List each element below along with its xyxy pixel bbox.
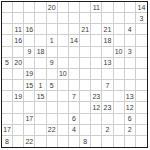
cell-r6c12[interactable] <box>125 58 136 69</box>
cell-r9c13[interactable] <box>136 91 147 102</box>
cell-r10c5[interactable] <box>47 102 58 113</box>
cell-r6c11[interactable] <box>114 58 125 69</box>
cell-r1c5-clue[interactable]: 20 <box>47 2 58 13</box>
cell-r6c1-clue[interactable]: 5 <box>2 58 13 69</box>
cell-r5c4-clue[interactable]: 18 <box>35 47 46 58</box>
cell-r7c6-clue[interactable]: 10 <box>58 69 69 80</box>
cell-r1c13-clue[interactable]: 14 <box>136 2 147 13</box>
cell-r2c12[interactable] <box>125 13 136 24</box>
cell-r11c10[interactable] <box>102 114 113 125</box>
cell-r11c3-clue[interactable]: 17 <box>24 114 35 125</box>
cell-r3c8-clue[interactable]: 21 <box>80 24 91 35</box>
cell-r10c10-clue[interactable]: 23 <box>102 102 113 113</box>
cell-r6c7[interactable] <box>69 58 80 69</box>
cell-r10c13[interactable] <box>136 102 147 113</box>
cell-r4c5-clue[interactable]: 1 <box>47 35 58 46</box>
cell-r13c6[interactable] <box>58 136 69 147</box>
cell-r3c10-clue[interactable]: 21 <box>102 24 113 35</box>
cell-r11c5[interactable] <box>47 114 58 125</box>
cell-r4c6[interactable] <box>58 35 69 46</box>
cell-r1c10[interactable] <box>102 2 113 13</box>
cell-r10c3[interactable] <box>24 102 35 113</box>
cell-r6c13[interactable] <box>136 58 147 69</box>
cell-r5c7[interactable] <box>69 47 80 58</box>
cell-r8c7[interactable] <box>69 80 80 91</box>
cell-r4c1[interactable] <box>2 35 13 46</box>
cell-r10c7[interactable] <box>69 102 80 113</box>
cell-r5c10[interactable] <box>102 47 113 58</box>
cell-r2c2[interactable] <box>13 13 24 24</box>
cell-r10c12-clue[interactable]: 12 <box>125 102 136 113</box>
cell-r1c8[interactable] <box>80 2 91 13</box>
cell-r4c7-clue[interactable]: 14 <box>69 35 80 46</box>
cell-r9c2-clue[interactable]: 19 <box>13 91 24 102</box>
cell-r12c3[interactable] <box>24 125 35 136</box>
cell-r3c4[interactable] <box>35 24 46 35</box>
cell-r7c10[interactable] <box>102 69 113 80</box>
cell-r8c12[interactable] <box>125 80 136 91</box>
cell-r10c1[interactable] <box>2 102 13 113</box>
cell-r7c4[interactable] <box>35 69 46 80</box>
cell-r3c6[interactable] <box>58 24 69 35</box>
cell-r6c6[interactable] <box>58 58 69 69</box>
cell-r6c4[interactable] <box>35 58 46 69</box>
cell-r9c3[interactable] <box>24 91 35 102</box>
cell-r6c5-clue[interactable]: 9 <box>47 58 58 69</box>
cell-r12c10-clue[interactable]: 2 <box>102 125 113 136</box>
cell-r5c8[interactable] <box>80 47 91 58</box>
cell-r11c13[interactable] <box>136 114 147 125</box>
cell-r13c8-clue[interactable]: 8 <box>80 136 91 147</box>
cell-r8c3-clue[interactable]: 15 <box>24 80 35 91</box>
cell-r6c3[interactable] <box>24 58 35 69</box>
cell-r13c3-clue[interactable]: 22 <box>24 136 35 147</box>
cell-r2c1[interactable] <box>2 13 13 24</box>
cell-r7c11[interactable] <box>114 69 125 80</box>
cell-r11c1[interactable] <box>2 114 13 125</box>
cell-r2c4[interactable] <box>35 13 46 24</box>
cell-r1c4[interactable] <box>35 2 46 13</box>
cell-r2c10[interactable] <box>102 13 113 24</box>
cell-r9c4-clue[interactable]: 15 <box>35 91 46 102</box>
cell-r9c11[interactable] <box>114 91 125 102</box>
cell-r3c5[interactable] <box>47 24 58 35</box>
cell-r2c6[interactable] <box>58 13 69 24</box>
puzzle-board: 2011143111621214161141891810352091319101… <box>1 1 148 148</box>
cell-r8c4-clue[interactable]: 1 <box>35 80 46 91</box>
cell-r5c9[interactable] <box>91 47 102 58</box>
cell-r8c8[interactable] <box>80 80 91 91</box>
cell-r12c9[interactable] <box>91 125 102 136</box>
cell-r3c12-clue[interactable]: 4 <box>125 24 136 35</box>
cell-r8c11[interactable] <box>114 80 125 91</box>
cell-r2c3[interactable] <box>24 13 35 24</box>
cell-r11c12-clue[interactable]: 6 <box>125 114 136 125</box>
cell-r8c2[interactable] <box>13 80 24 91</box>
cell-r13c4[interactable] <box>35 136 46 147</box>
cell-r13c13[interactable] <box>136 136 147 147</box>
cell-r4c13[interactable] <box>136 35 147 46</box>
cell-r5c5[interactable] <box>47 47 58 58</box>
cell-r11c7-clue[interactable]: 6 <box>69 114 80 125</box>
cell-r10c2[interactable] <box>13 102 24 113</box>
cell-r11c11[interactable] <box>114 114 125 125</box>
cell-r8c6[interactable] <box>58 80 69 91</box>
cell-r4c3[interactable] <box>24 35 35 46</box>
cell-r2c7[interactable] <box>69 13 80 24</box>
cell-r7c9[interactable] <box>91 69 102 80</box>
cell-r4c11[interactable] <box>114 35 125 46</box>
cell-r1c7[interactable] <box>69 2 80 13</box>
cell-r5c2[interactable] <box>13 47 24 58</box>
cell-r10c6[interactable] <box>58 102 69 113</box>
cell-r7c8[interactable] <box>80 69 91 80</box>
cell-r2c5[interactable] <box>47 13 58 24</box>
cell-r6c8[interactable] <box>80 58 91 69</box>
cell-r4c12[interactable] <box>125 35 136 46</box>
cell-r11c6[interactable] <box>58 114 69 125</box>
cell-r13c9[interactable] <box>91 136 102 147</box>
cell-r5c11-clue[interactable]: 10 <box>114 47 125 58</box>
cell-r12c7-clue[interactable]: 4 <box>69 125 80 136</box>
cell-r10c11[interactable] <box>114 102 125 113</box>
cell-r12c5-clue[interactable]: 22 <box>47 125 58 136</box>
cell-r2c8[interactable] <box>80 13 91 24</box>
cell-r13c11[interactable] <box>114 136 125 147</box>
cell-r7c1[interactable] <box>2 69 13 80</box>
cell-r3c13[interactable] <box>136 24 147 35</box>
cell-r7c5[interactable] <box>47 69 58 80</box>
cell-r11c8[interactable] <box>80 114 91 125</box>
cell-r6c10-clue[interactable]: 13 <box>102 58 113 69</box>
cell-r7c7[interactable] <box>69 69 80 80</box>
cell-r1c2[interactable] <box>13 2 24 13</box>
cell-r8c5-clue[interactable]: 5 <box>47 80 58 91</box>
cell-r2c13-clue[interactable]: 3 <box>136 13 147 24</box>
cell-r12c1-clue[interactable]: 17 <box>2 125 13 136</box>
cell-r1c6[interactable] <box>58 2 69 13</box>
cell-r10c9-clue[interactable]: 12 <box>91 102 102 113</box>
cell-r9c9-clue[interactable]: 23 <box>91 91 102 102</box>
cell-r13c5[interactable] <box>47 136 58 147</box>
cell-r5c13[interactable] <box>136 47 147 58</box>
cell-r10c4[interactable] <box>35 102 46 113</box>
cell-r13c12[interactable] <box>125 136 136 147</box>
cell-r8c1[interactable] <box>2 80 13 91</box>
cell-r9c10[interactable] <box>102 91 113 102</box>
cell-r13c7[interactable] <box>69 136 80 147</box>
cell-r3c9[interactable] <box>91 24 102 35</box>
cell-r3c7[interactable] <box>69 24 80 35</box>
cell-r4c4[interactable] <box>35 35 46 46</box>
cell-r9c8[interactable] <box>80 91 91 102</box>
cell-r9c1[interactable] <box>2 91 13 102</box>
cell-r2c11[interactable] <box>114 13 125 24</box>
cell-r3c1[interactable] <box>2 24 13 35</box>
cell-r12c12-clue[interactable]: 2 <box>125 125 136 136</box>
cell-r3c11[interactable] <box>114 24 125 35</box>
cell-r11c2[interactable] <box>13 114 24 125</box>
cell-r1c9-clue[interactable]: 11 <box>91 2 102 13</box>
cell-r7c2[interactable] <box>13 69 24 80</box>
cell-r8c9[interactable] <box>91 80 102 91</box>
cell-r12c13[interactable] <box>136 125 147 136</box>
cell-r13c2[interactable] <box>13 136 24 147</box>
cell-r3c2-clue[interactable]: 11 <box>13 24 24 35</box>
cell-r4c2-clue[interactable]: 16 <box>13 35 24 46</box>
cell-r6c9[interactable] <box>91 58 102 69</box>
cell-r9c7-clue[interactable]: 7 <box>69 91 80 102</box>
cell-r1c1[interactable] <box>2 2 13 13</box>
cell-r12c11[interactable] <box>114 125 125 136</box>
cell-r9c6[interactable] <box>58 91 69 102</box>
cell-r12c6[interactable] <box>58 125 69 136</box>
cell-r7c13[interactable] <box>136 69 147 80</box>
cell-r1c3[interactable] <box>24 2 35 13</box>
cell-r4c8[interactable] <box>80 35 91 46</box>
cell-r2c9[interactable] <box>91 13 102 24</box>
cell-r8c10-clue[interactable]: 7 <box>102 80 113 91</box>
cell-r9c12-clue[interactable]: 13 <box>125 91 136 102</box>
cell-r5c3-clue[interactable]: 9 <box>24 47 35 58</box>
cell-r7c3-clue[interactable]: 19 <box>24 69 35 80</box>
cell-r5c6[interactable] <box>58 47 69 58</box>
cell-r6c2-clue[interactable]: 20 <box>13 58 24 69</box>
cell-r4c10-clue[interactable]: 18 <box>102 35 113 46</box>
cell-r5c12-clue[interactable]: 3 <box>125 47 136 58</box>
cell-r1c11[interactable] <box>114 2 125 13</box>
cell-r11c9[interactable] <box>91 114 102 125</box>
cell-r12c8[interactable] <box>80 125 91 136</box>
cell-r9c5[interactable] <box>47 91 58 102</box>
cell-r12c4[interactable] <box>35 125 46 136</box>
cell-r10c8[interactable] <box>80 102 91 113</box>
cell-r13c1-clue[interactable]: 8 <box>2 136 13 147</box>
cell-r1c12[interactable] <box>125 2 136 13</box>
cell-r5c1[interactable] <box>2 47 13 58</box>
cell-r11c4[interactable] <box>35 114 46 125</box>
cell-r4c9[interactable] <box>91 35 102 46</box>
cell-r7c12[interactable] <box>125 69 136 80</box>
cell-r8c13[interactable] <box>136 80 147 91</box>
cell-r13c10[interactable] <box>102 136 113 147</box>
cell-r3c3-clue[interactable]: 16 <box>24 24 35 35</box>
cell-r12c2[interactable] <box>13 125 24 136</box>
